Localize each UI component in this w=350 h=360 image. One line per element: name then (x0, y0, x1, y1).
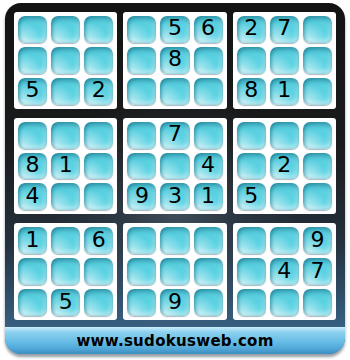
cell-r7c8[interactable] (270, 227, 299, 254)
cell-r2c9[interactable] (303, 47, 332, 74)
cell-r1c8[interactable]: 7 (270, 16, 299, 43)
box-3-3: 947 (233, 223, 336, 320)
cell-r8c2[interactable] (51, 258, 80, 285)
cell-r8c8[interactable]: 4 (270, 258, 299, 285)
cell-r7c9[interactable]: 9 (303, 227, 332, 254)
cell-r6c3[interactable] (84, 183, 113, 210)
cell-r1c5[interactable]: 5 (160, 16, 189, 43)
cell-r9c5[interactable]: 9 (160, 289, 189, 316)
cell-r8c9[interactable]: 7 (303, 258, 332, 285)
cell-r2c6[interactable] (194, 47, 223, 74)
given-digit: 8 (168, 48, 182, 70)
sudoku-page: 52568278181474931251659947 www.sudokuswe… (0, 0, 350, 360)
cell-r9c1[interactable] (18, 289, 47, 316)
cell-r7c3[interactable]: 6 (84, 227, 113, 254)
cell-r2c7[interactable] (237, 47, 266, 74)
cell-r4c2[interactable] (51, 122, 80, 149)
box-2-2: 74931 (123, 118, 226, 215)
given-digit: 3 (168, 185, 182, 207)
cell-r2c4[interactable] (127, 47, 156, 74)
cell-r6c9[interactable] (303, 183, 332, 210)
cell-r3c3[interactable]: 2 (84, 78, 113, 105)
given-digit: 8 (26, 154, 40, 176)
cell-r7c1[interactable]: 1 (18, 227, 47, 254)
cell-r9c4[interactable] (127, 289, 156, 316)
given-digit: 6 (201, 17, 215, 39)
box-2-1: 814 (14, 118, 117, 215)
cell-r8c7[interactable] (237, 258, 266, 285)
cell-r7c7[interactable] (237, 227, 266, 254)
cell-r8c5[interactable] (160, 258, 189, 285)
given-digit: 2 (244, 17, 258, 39)
cell-r9c2[interactable]: 5 (51, 289, 80, 316)
cell-r7c6[interactable] (194, 227, 223, 254)
given-digit: 4 (277, 260, 291, 282)
cell-r9c9[interactable] (303, 289, 332, 316)
given-digit: 5 (168, 17, 182, 39)
given-digit: 7 (168, 123, 182, 145)
given-digit: 8 (244, 79, 258, 101)
box-1-3: 2781 (233, 12, 336, 109)
given-digit: 7 (277, 17, 291, 39)
cell-r4c4[interactable] (127, 122, 156, 149)
cell-r9c3[interactable] (84, 289, 113, 316)
cell-r1c7[interactable]: 2 (237, 16, 266, 43)
cell-r5c2[interactable]: 1 (51, 153, 80, 180)
cell-r2c8[interactable] (270, 47, 299, 74)
given-digit: 2 (277, 154, 291, 176)
cell-r4c9[interactable] (303, 122, 332, 149)
given-digit: 4 (26, 185, 40, 207)
site-banner: www.sudokusweb.com (5, 327, 345, 354)
cell-r4c1[interactable] (18, 122, 47, 149)
cell-r3c8[interactable]: 1 (270, 78, 299, 105)
cell-r5c4[interactable] (127, 153, 156, 180)
cell-r6c1[interactable]: 4 (18, 183, 47, 210)
box-3-1: 165 (14, 223, 117, 320)
cell-r3c6[interactable] (194, 78, 223, 105)
given-digit: 2 (92, 79, 106, 101)
site-url: www.sudokusweb.com (76, 332, 273, 350)
board: 52568278181474931251659947 (5, 3, 345, 327)
cell-r3c5[interactable] (160, 78, 189, 105)
cell-r7c5[interactable] (160, 227, 189, 254)
cell-r3c9[interactable] (303, 78, 332, 105)
cell-r1c6[interactable]: 6 (194, 16, 223, 43)
cell-r8c3[interactable] (84, 258, 113, 285)
cell-r9c6[interactable] (194, 289, 223, 316)
cell-r6c5[interactable]: 3 (160, 183, 189, 210)
box-3-2: 9 (123, 223, 226, 320)
cell-r5c9[interactable] (303, 153, 332, 180)
cell-r5c1[interactable]: 8 (18, 153, 47, 180)
box-2-3: 25 (233, 118, 336, 215)
cell-r4c6[interactable] (194, 122, 223, 149)
cell-r6c4[interactable]: 9 (127, 183, 156, 210)
cell-r1c4[interactable] (127, 16, 156, 43)
given-digit: 1 (277, 79, 291, 101)
cell-r1c1[interactable] (18, 16, 47, 43)
cell-r2c2[interactable] (51, 47, 80, 74)
cell-r5c3[interactable] (84, 153, 113, 180)
given-digit: 1 (59, 154, 73, 176)
given-digit: 9 (310, 229, 324, 251)
given-digit: 1 (26, 229, 40, 251)
cell-r4c3[interactable] (84, 122, 113, 149)
given-digit: 9 (135, 185, 149, 207)
cell-r1c3[interactable] (84, 16, 113, 43)
cell-r9c8[interactable] (270, 289, 299, 316)
cell-r5c8[interactable]: 2 (270, 153, 299, 180)
given-digit: 7 (310, 260, 324, 282)
cell-r9c7[interactable] (237, 289, 266, 316)
cell-r5c5[interactable] (160, 153, 189, 180)
cell-r6c8[interactable] (270, 183, 299, 210)
cell-r2c1[interactable] (18, 47, 47, 74)
cell-r3c1[interactable]: 5 (18, 78, 47, 105)
cell-r6c7[interactable]: 5 (237, 183, 266, 210)
cell-r3c7[interactable]: 8 (237, 78, 266, 105)
cell-r5c7[interactable] (237, 153, 266, 180)
given-digit: 5 (59, 291, 73, 313)
box-1-1: 52 (14, 12, 117, 109)
cell-r2c3[interactable] (84, 47, 113, 74)
given-digit: 1 (201, 185, 215, 207)
cell-r5c6[interactable]: 4 (194, 153, 223, 180)
cell-r6c6[interactable]: 1 (194, 183, 223, 210)
cell-r8c1[interactable] (18, 258, 47, 285)
box-1-2: 568 (123, 12, 226, 109)
given-digit: 9 (168, 291, 182, 313)
cell-r1c9[interactable] (303, 16, 332, 43)
given-digit: 5 (244, 185, 258, 207)
given-digit: 4 (201, 154, 215, 176)
cell-r6c2[interactable] (51, 183, 80, 210)
cell-r3c4[interactable] (127, 78, 156, 105)
cell-r3c2[interactable] (51, 78, 80, 105)
cell-r4c7[interactable] (237, 122, 266, 149)
given-digit: 6 (92, 229, 106, 251)
given-digit: 5 (26, 79, 40, 101)
board-frame: 52568278181474931251659947 www.sudokuswe… (5, 3, 345, 354)
cell-r7c2[interactable] (51, 227, 80, 254)
cell-r8c6[interactable] (194, 258, 223, 285)
cell-r4c5[interactable]: 7 (160, 122, 189, 149)
cell-r7c4[interactable] (127, 227, 156, 254)
cell-r1c2[interactable] (51, 16, 80, 43)
cell-r2c5[interactable]: 8 (160, 47, 189, 74)
cell-r8c4[interactable] (127, 258, 156, 285)
cell-r4c8[interactable] (270, 122, 299, 149)
